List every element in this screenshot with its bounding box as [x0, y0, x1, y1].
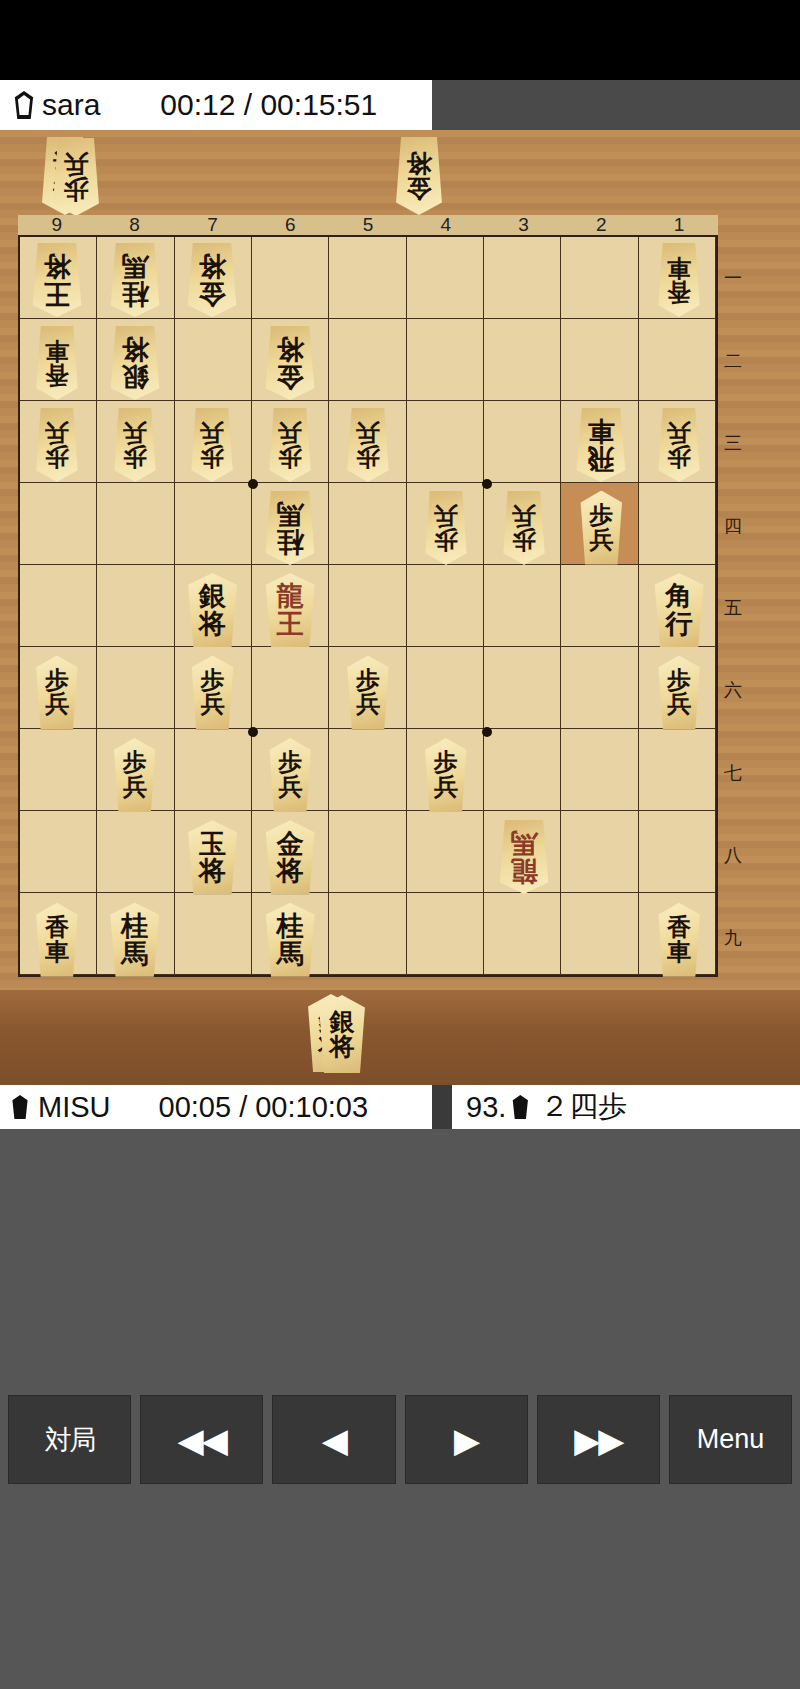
- square-8-8[interactable]: [97, 811, 174, 893]
- piece-kanji: 銀: [121, 363, 148, 391]
- square-8-4[interactable]: [97, 483, 174, 565]
- file-label: 1: [640, 215, 718, 235]
- square-5-1[interactable]: [329, 237, 406, 319]
- piece-kanji: 歩: [512, 528, 536, 552]
- gote-hand-tray: 歩兵歩兵金将: [0, 133, 800, 215]
- piece-kanji: 歩: [589, 503, 613, 527]
- piece-kanji: 兵: [589, 528, 613, 552]
- square-3-5[interactable]: [484, 565, 561, 647]
- file-label: 9: [18, 215, 96, 235]
- piece-kanji: 行: [666, 610, 693, 638]
- forward-to-end-button[interactable]: ▶▶: [537, 1395, 660, 1484]
- piece-kanji: 桂: [121, 280, 148, 308]
- square-4-3[interactable]: [407, 401, 484, 483]
- piece-kanji: 馬: [121, 940, 148, 968]
- piece-kanji: 兵: [667, 421, 691, 445]
- move-text: ２四歩: [540, 1087, 627, 1127]
- square-2-8[interactable]: [561, 811, 638, 893]
- square-3-2[interactable]: [484, 319, 561, 401]
- step-back-button[interactable]: ◀: [272, 1395, 395, 1484]
- star-point: [248, 479, 258, 489]
- square-2-7[interactable]: [561, 729, 638, 811]
- piece-kanji: 金: [199, 280, 226, 308]
- piece-kanji: 銀: [330, 1009, 355, 1035]
- square-3-1[interactable]: [484, 237, 561, 319]
- piece-kanji: 兵: [45, 692, 69, 716]
- shogi-board[interactable]: 王将桂馬金将香車香車銀将金将歩兵歩兵歩兵歩兵歩兵飛車歩兵桂馬歩兵歩兵歩兵銀将龍王…: [18, 235, 718, 977]
- piece-kanji: 将: [277, 857, 304, 885]
- piece-kanji: 兵: [200, 421, 224, 445]
- square-1-2[interactable]: [639, 319, 716, 401]
- file-label: 2: [562, 215, 640, 235]
- square-7-4[interactable]: [175, 483, 252, 565]
- square-9-7[interactable]: [20, 729, 97, 811]
- piece-kanji: 将: [277, 335, 304, 363]
- piece-kanji: 兵: [434, 503, 458, 527]
- piece-kanji: 香: [667, 280, 691, 304]
- step-forward-icon: ▶: [454, 1420, 478, 1460]
- piece-kanji: 将: [199, 857, 226, 885]
- piece-kanji: 金: [407, 176, 432, 202]
- square-2-9[interactable]: [561, 893, 638, 975]
- square-6-1[interactable]: [252, 237, 329, 319]
- piece-kanji: 兵: [200, 692, 224, 716]
- star-point: [248, 727, 258, 737]
- piece-kanji: 香: [45, 363, 69, 387]
- square-3-3[interactable]: [484, 401, 561, 483]
- square-4-8[interactable]: [407, 811, 484, 893]
- piece-kanji: 馬: [510, 830, 537, 858]
- square-5-2[interactable]: [329, 319, 406, 401]
- piece-kanji: 将: [199, 610, 226, 638]
- rank-label: 四: [722, 514, 744, 538]
- sente-player-box: MISU 00:05 / 00:10:03: [0, 1085, 432, 1129]
- piece-kanji: 兵: [356, 692, 380, 716]
- square-3-7[interactable]: [484, 729, 561, 811]
- square-6-6[interactable]: [252, 647, 329, 729]
- rank-label: 五: [722, 596, 744, 620]
- piece-kanji: 将: [121, 335, 148, 363]
- square-5-5[interactable]: [329, 565, 406, 647]
- rank-coordinates: 一二三四五六七八九: [722, 235, 744, 977]
- piece-kanji: 将: [199, 253, 226, 281]
- square-7-9[interactable]: [175, 893, 252, 975]
- square-4-5[interactable]: [407, 565, 484, 647]
- gote-piece-icon: [12, 91, 36, 119]
- square-3-6[interactable]: [484, 647, 561, 729]
- sente-hand-tray: 銀将銀将: [0, 990, 800, 1085]
- gote-player-box: sara 00:12 / 00:15:51: [0, 80, 432, 130]
- gote-clock: 00:12 / 00:15:51: [160, 88, 377, 122]
- square-1-8[interactable]: [639, 811, 716, 893]
- rank-label: 八: [722, 843, 744, 867]
- piece-kanji: 歩: [200, 445, 224, 469]
- board-wood-background: 歩兵歩兵金将 987654321 王将桂馬金将香車香車銀将金将歩兵歩兵歩兵歩兵歩…: [0, 130, 800, 1085]
- piece-kanji: 歩: [434, 528, 458, 552]
- bottom-status-bar: MISU 00:05 / 00:10:03 93. ２四歩: [0, 1085, 800, 1129]
- star-point: [482, 727, 492, 737]
- square-5-8[interactable]: [329, 811, 406, 893]
- sente-piece-icon: [10, 1095, 30, 1119]
- square-3-9[interactable]: [484, 893, 561, 975]
- move-info-box[interactable]: 93. ２四歩: [452, 1085, 800, 1129]
- piece-kanji: 兵: [512, 503, 536, 527]
- square-4-1[interactable]: [407, 237, 484, 319]
- piece-kanji: 将: [43, 253, 70, 281]
- piece-kanji: 銀: [199, 582, 226, 610]
- star-point: [482, 479, 492, 489]
- piece-kanji: 歩: [64, 177, 89, 203]
- square-2-5[interactable]: [561, 565, 638, 647]
- step-forward-button[interactable]: ▶: [405, 1395, 528, 1484]
- file-label: 3: [485, 215, 563, 235]
- piece-kanji: 車: [45, 338, 69, 362]
- piece-kanji: 龍: [510, 857, 537, 885]
- square-5-4[interactable]: [329, 483, 406, 565]
- step-back-icon: ◀: [322, 1420, 346, 1460]
- square-1-4[interactable]: [639, 483, 716, 565]
- square-5-9[interactable]: [329, 893, 406, 975]
- rank-label: 一: [722, 266, 744, 290]
- piece-kanji: 車: [588, 418, 615, 446]
- control-button-row: 対局 ◀◀ ◀ ▶ ▶▶ Menu: [0, 1395, 800, 1484]
- file-label: 6: [251, 215, 329, 235]
- piece-kanji: 金: [277, 830, 304, 858]
- sente-player-name: MISU: [38, 1091, 111, 1124]
- forward-full-icon: ▶▶: [574, 1420, 622, 1460]
- piece-kanji: 角: [666, 582, 693, 610]
- rank-label: 七: [722, 761, 744, 785]
- square-7-7[interactable]: [175, 729, 252, 811]
- game-button[interactable]: 対局: [8, 1395, 131, 1484]
- square-9-4[interactable]: [20, 483, 97, 565]
- piece-kanji: 龍: [277, 582, 304, 610]
- piece-kanji: 歩: [667, 445, 691, 469]
- piece-kanji: 兵: [356, 421, 380, 445]
- top-black-bar: [0, 0, 800, 80]
- piece-kanji: 兵: [667, 692, 691, 716]
- square-8-5[interactable]: [97, 565, 174, 647]
- piece-kanji: 歩: [278, 445, 302, 469]
- piece-kanji: 兵: [434, 775, 458, 799]
- piece-kanji: 歩: [123, 445, 147, 469]
- sente-clock: 00:05 / 00:10:03: [159, 1091, 369, 1124]
- square-5-7[interactable]: [329, 729, 406, 811]
- piece-kanji: 桂: [277, 912, 304, 940]
- piece-kanji: 王: [43, 280, 70, 308]
- square-9-5[interactable]: [20, 565, 97, 647]
- move-number: 93.: [466, 1091, 506, 1124]
- file-label: 8: [96, 215, 174, 235]
- square-7-2[interactable]: [175, 319, 252, 401]
- square-9-8[interactable]: [20, 811, 97, 893]
- piece-kanji: 桂: [121, 912, 148, 940]
- move-side-icon: [510, 1095, 530, 1119]
- gote-player-name: sara: [42, 88, 100, 122]
- piece-kanji: 歩: [45, 445, 69, 469]
- piece-kanji: 金: [277, 363, 304, 391]
- square-1-7[interactable]: [639, 729, 716, 811]
- square-2-2[interactable]: [561, 319, 638, 401]
- hand-piece-gote[interactable]: 金将: [388, 137, 450, 215]
- rank-label: 九: [722, 926, 744, 950]
- file-label: 7: [174, 215, 252, 235]
- piece-kanji: 兵: [45, 421, 69, 445]
- piece-kanji: 兵: [64, 152, 89, 178]
- menu-button[interactable]: Menu: [669, 1395, 792, 1484]
- rank-label: 六: [722, 678, 744, 702]
- piece-kanji: 車: [45, 940, 69, 964]
- piece-kanji: 馬: [277, 940, 304, 968]
- square-4-6[interactable]: [407, 647, 484, 729]
- piece-kanji: 馬: [121, 253, 148, 281]
- square-8-6[interactable]: [97, 647, 174, 729]
- rank-label: 二: [722, 349, 744, 373]
- rewind-full-icon: ◀◀: [178, 1420, 226, 1460]
- file-label: 4: [407, 215, 485, 235]
- top-player-bar: sara 00:12 / 00:15:51: [0, 80, 800, 130]
- piece-kanji: 兵: [123, 421, 147, 445]
- piece-kanji: 兵: [278, 421, 302, 445]
- piece-kanji: 玉: [199, 830, 226, 858]
- piece-kanji: 馬: [277, 500, 304, 528]
- square-4-9[interactable]: [407, 893, 484, 975]
- rank-label: 三: [722, 431, 744, 455]
- square-2-1[interactable]: [561, 237, 638, 319]
- piece-kanji: 兵: [123, 775, 147, 799]
- rewind-to-start-button[interactable]: ◀◀: [140, 1395, 263, 1484]
- piece-kanji: 将: [330, 1034, 355, 1060]
- square-4-2[interactable]: [407, 319, 484, 401]
- piece-kanji: 桂: [277, 528, 304, 556]
- piece-kanji: 飛: [588, 445, 615, 473]
- piece-kanji: 兵: [278, 775, 302, 799]
- piece-kanji: 歩: [356, 445, 380, 469]
- piece-kanji: 将: [407, 151, 432, 177]
- piece-kanji: 王: [277, 610, 304, 638]
- piece-kanji: 車: [667, 940, 691, 964]
- piece-kanji: 車: [667, 256, 691, 280]
- file-label: 5: [329, 215, 407, 235]
- square-2-6[interactable]: [561, 647, 638, 729]
- file-coordinates: 987654321: [18, 215, 718, 235]
